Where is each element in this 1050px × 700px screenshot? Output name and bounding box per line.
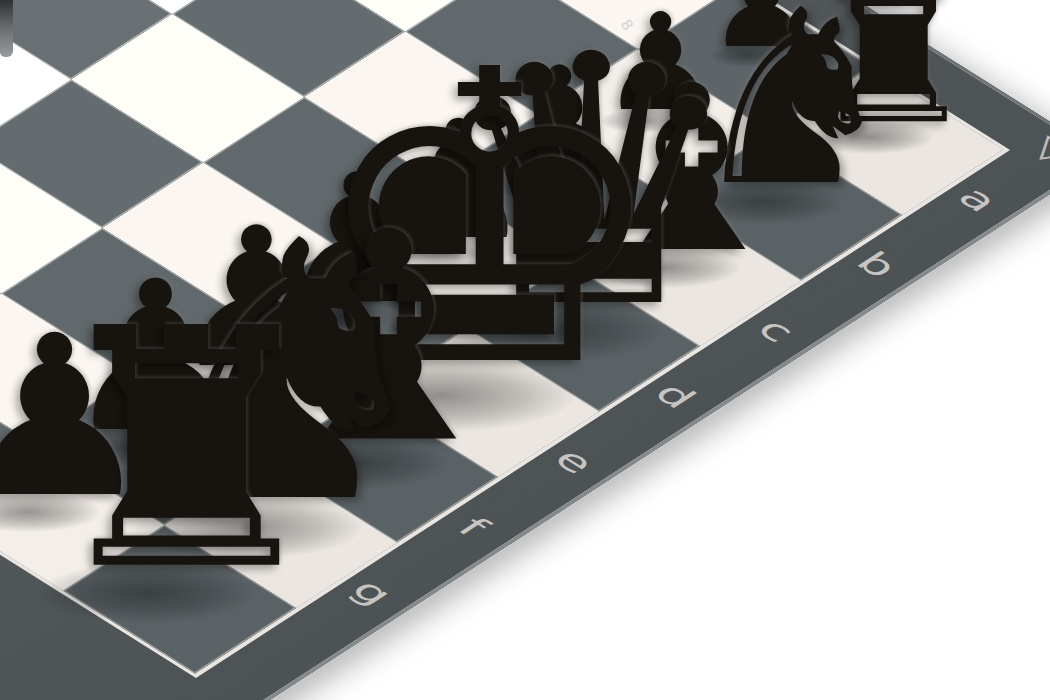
chess-set-photo: abcdefg △ ♟♟♜♟♞♟♝♟♛♟♚♟♝♟♞♜ 8 [0,0,1050,700]
board-mat: abcdefg △ [0,0,1050,700]
chess-board-grid [0,0,1003,673]
partial-object-top-left [0,0,13,57]
brand-triangle-icon: △ [1001,125,1050,184]
